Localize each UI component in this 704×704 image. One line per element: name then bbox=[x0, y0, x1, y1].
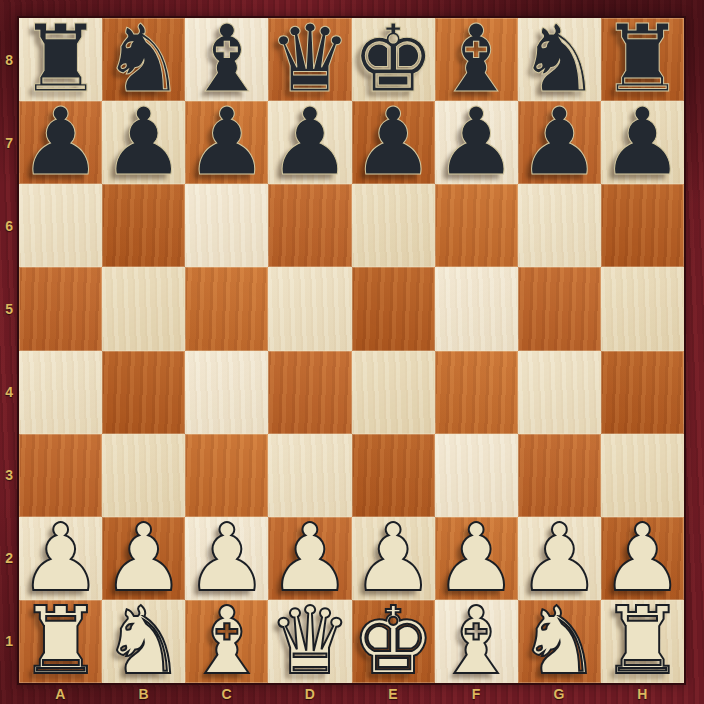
square-c7[interactable]: ♟ bbox=[185, 101, 268, 184]
piece-white-bishop[interactable]: ♝ bbox=[435, 600, 518, 683]
square-c4[interactable] bbox=[185, 351, 268, 434]
rank-label-7: 7 bbox=[0, 101, 19, 184]
square-h4[interactable] bbox=[601, 351, 684, 434]
rank-label-8: 8 bbox=[0, 18, 19, 101]
square-f1[interactable]: ♝ bbox=[435, 600, 518, 683]
square-g6[interactable] bbox=[518, 184, 601, 267]
rank-label-1: 1 bbox=[0, 600, 19, 683]
square-a4[interactable] bbox=[19, 351, 102, 434]
square-b1[interactable]: ♞ bbox=[102, 600, 185, 683]
square-b5[interactable] bbox=[102, 267, 185, 350]
square-h6[interactable] bbox=[601, 184, 684, 267]
piece-black-pawn[interactable]: ♟ bbox=[19, 101, 102, 184]
square-a6[interactable] bbox=[19, 184, 102, 267]
rank-label-5: 5 bbox=[0, 267, 19, 350]
piece-black-pawn[interactable]: ♟ bbox=[352, 101, 435, 184]
file-label-b: B bbox=[102, 683, 185, 704]
piece-black-pawn[interactable]: ♟ bbox=[518, 101, 601, 184]
rank-label-6: 6 bbox=[0, 184, 19, 267]
piece-black-pawn[interactable]: ♟ bbox=[102, 101, 185, 184]
square-f4[interactable] bbox=[435, 351, 518, 434]
file-label-g: G bbox=[518, 683, 601, 704]
square-d7[interactable]: ♟ bbox=[268, 101, 351, 184]
piece-white-rook[interactable]: ♜ bbox=[19, 600, 102, 683]
file-label-f: F bbox=[435, 683, 518, 704]
square-b4[interactable] bbox=[102, 351, 185, 434]
square-b6[interactable] bbox=[102, 184, 185, 267]
square-e6[interactable] bbox=[352, 184, 435, 267]
piece-black-pawn[interactable]: ♟ bbox=[185, 101, 268, 184]
square-g4[interactable] bbox=[518, 351, 601, 434]
square-e1[interactable]: ♚ bbox=[352, 600, 435, 683]
square-g7[interactable]: ♟ bbox=[518, 101, 601, 184]
square-d4[interactable] bbox=[268, 351, 351, 434]
square-h1[interactable]: ♜ bbox=[601, 600, 684, 683]
piece-black-pawn[interactable]: ♟ bbox=[601, 101, 684, 184]
square-c5[interactable] bbox=[185, 267, 268, 350]
chess-board: ♜♞♝♛♚♝♞♜♟♟♟♟♟♟♟♟♟♟♟♟♟♟♟♟♜♞♝♛♚♝♞♜ bbox=[17, 16, 686, 685]
file-label-e: E bbox=[352, 683, 435, 704]
square-a1[interactable]: ♜ bbox=[19, 600, 102, 683]
square-d6[interactable] bbox=[268, 184, 351, 267]
piece-white-rook[interactable]: ♜ bbox=[601, 600, 684, 683]
file-label-c: C bbox=[185, 683, 268, 704]
square-e5[interactable] bbox=[352, 267, 435, 350]
piece-white-king[interactable]: ♚ bbox=[352, 600, 435, 683]
file-label-d: D bbox=[268, 683, 351, 704]
piece-black-pawn[interactable]: ♟ bbox=[268, 101, 351, 184]
rank-label-4: 4 bbox=[0, 351, 19, 434]
square-d5[interactable] bbox=[268, 267, 351, 350]
rank-label-3: 3 bbox=[0, 434, 19, 517]
piece-white-queen[interactable]: ♛ bbox=[268, 600, 351, 683]
square-e4[interactable] bbox=[352, 351, 435, 434]
square-f5[interactable] bbox=[435, 267, 518, 350]
piece-white-bishop[interactable]: ♝ bbox=[185, 600, 268, 683]
square-a5[interactable] bbox=[19, 267, 102, 350]
square-e7[interactable]: ♟ bbox=[352, 101, 435, 184]
rank-label-2: 2 bbox=[0, 517, 19, 600]
square-g5[interactable] bbox=[518, 267, 601, 350]
square-g1[interactable]: ♞ bbox=[518, 600, 601, 683]
square-c6[interactable] bbox=[185, 184, 268, 267]
square-h7[interactable]: ♟ bbox=[601, 101, 684, 184]
square-h5[interactable] bbox=[601, 267, 684, 350]
piece-white-knight[interactable]: ♞ bbox=[518, 600, 601, 683]
piece-white-knight[interactable]: ♞ bbox=[102, 600, 185, 683]
file-label-a: A bbox=[19, 683, 102, 704]
square-b7[interactable]: ♟ bbox=[102, 101, 185, 184]
square-f6[interactable] bbox=[435, 184, 518, 267]
board-frame: ♜♞♝♛♚♝♞♜♟♟♟♟♟♟♟♟♟♟♟♟♟♟♟♟♜♞♝♛♚♝♞♜ 8765432… bbox=[0, 0, 704, 704]
piece-black-pawn[interactable]: ♟ bbox=[435, 101, 518, 184]
square-d1[interactable]: ♛ bbox=[268, 600, 351, 683]
file-label-h: H bbox=[601, 683, 684, 704]
square-f7[interactable]: ♟ bbox=[435, 101, 518, 184]
square-a7[interactable]: ♟ bbox=[19, 101, 102, 184]
square-c1[interactable]: ♝ bbox=[185, 600, 268, 683]
